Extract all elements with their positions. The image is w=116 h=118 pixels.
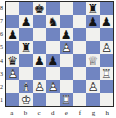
square-d4[interactable]: ♟	[46, 54, 59, 67]
square-g7[interactable]: ♟	[86, 15, 99, 28]
square-a4[interactable]: ♛	[6, 54, 19, 67]
square-b2[interactable]: ♝♗	[19, 80, 32, 93]
square-b7[interactable]: ♟	[19, 15, 32, 28]
file-label-b: b	[19, 107, 33, 118]
square-d7[interactable]: ♞	[46, 15, 59, 28]
file-label-d: d	[46, 107, 60, 118]
square-a1[interactable]	[6, 93, 19, 106]
square-f8[interactable]	[73, 2, 86, 15]
square-e3[interactable]	[60, 67, 73, 80]
square-h1[interactable]	[100, 93, 113, 106]
square-d1[interactable]	[46, 93, 59, 106]
square-c3[interactable]	[33, 67, 46, 80]
file-labels: a b c d e f g h	[5, 107, 114, 118]
square-h5[interactable]: ♟♙	[100, 41, 113, 54]
piece-bN-d7: ♞	[47, 15, 58, 27]
piece-wP-c2: ♙	[34, 80, 45, 92]
piece-bP-a6: ♟	[7, 28, 18, 40]
square-b8[interactable]	[19, 2, 32, 15]
square-c7[interactable]	[33, 15, 46, 28]
square-c4[interactable]: ♟	[33, 54, 46, 67]
piece-bP-b7: ♟	[21, 15, 32, 27]
piece-wB-b2-fill: ♝	[21, 80, 32, 92]
square-g4[interactable]: ♛♕	[86, 54, 99, 67]
square-g6[interactable]	[86, 28, 99, 41]
piece-wP-a3: ♙	[7, 67, 18, 79]
piece-wR-e1-fill: ♜	[61, 93, 72, 105]
piece-wR-e1: ♖	[61, 93, 72, 105]
square-a7[interactable]	[6, 15, 19, 28]
square-c1[interactable]	[33, 93, 46, 106]
piece-wP-h5: ♙	[101, 41, 112, 53]
piece-wR-h3-fill: ♜	[101, 67, 112, 79]
square-e6[interactable]: ♟	[60, 28, 73, 41]
square-f1[interactable]	[73, 93, 86, 106]
square-e5[interactable]: ♟♙	[60, 41, 73, 54]
square-f7[interactable]	[73, 15, 86, 28]
square-g8[interactable]: ♜	[86, 2, 99, 15]
square-e7[interactable]	[60, 15, 73, 28]
square-c2[interactable]: ♟♙	[33, 80, 46, 93]
piece-wQ-g4: ♕	[88, 54, 99, 66]
chess-board: ♚♜♟♞♟♟♟♟♜♟♙♟♙♛♟♟♛♕♟♙♜♖♝♗♟♙♟♙♟♙♚♔♜♖	[5, 1, 114, 107]
square-f3[interactable]	[73, 67, 86, 80]
square-g1[interactable]	[86, 93, 99, 106]
piece-bR-g8: ♜	[88, 2, 99, 14]
square-f5[interactable]	[73, 41, 86, 54]
piece-wP-e5: ♙	[61, 41, 72, 53]
square-e1[interactable]: ♜♖	[60, 93, 73, 106]
square-e4[interactable]	[60, 54, 73, 67]
square-g3[interactable]	[86, 67, 99, 80]
piece-bR-b5: ♜	[21, 41, 32, 53]
square-c5[interactable]	[33, 41, 46, 54]
file-label-g: g	[87, 107, 101, 118]
square-h7[interactable]: ♟	[100, 15, 113, 28]
square-a8[interactable]	[6, 2, 19, 15]
piece-bP-g7: ♟	[88, 15, 99, 27]
square-d2[interactable]: ♟♙	[46, 80, 59, 93]
piece-bP-e6: ♟	[61, 28, 72, 40]
square-h4[interactable]	[100, 54, 113, 67]
file-label-h: h	[100, 107, 114, 118]
square-e8[interactable]	[60, 2, 73, 15]
piece-bP-h7: ♟	[101, 15, 112, 27]
piece-wP-d2-fill: ♟	[47, 80, 58, 92]
piece-wP-d2: ♙	[47, 80, 58, 92]
square-d8[interactable]	[46, 2, 59, 15]
square-g2[interactable]: ♟♙	[86, 80, 99, 93]
piece-bQ-a4: ♛	[7, 54, 18, 66]
file-label-a: a	[5, 107, 19, 118]
square-a3[interactable]: ♟♙	[6, 67, 19, 80]
square-g5[interactable]	[86, 41, 99, 54]
square-d3[interactable]	[46, 67, 59, 80]
piece-wK-b1-fill: ♚	[21, 93, 32, 105]
square-f6[interactable]	[73, 28, 86, 41]
square-d6[interactable]	[46, 28, 59, 41]
piece-wP-h5-fill: ♟	[101, 41, 112, 53]
square-a2[interactable]	[6, 80, 19, 93]
piece-wB-b2: ♗	[21, 80, 32, 92]
square-c6[interactable]	[33, 28, 46, 41]
piece-wP-g2: ♙	[88, 80, 99, 92]
piece-wR-h3: ♖	[101, 67, 112, 79]
square-b4[interactable]	[19, 54, 32, 67]
piece-wP-c2-fill: ♟	[34, 80, 45, 92]
square-f2[interactable]	[73, 80, 86, 93]
file-label-c: c	[32, 107, 46, 118]
square-h3[interactable]: ♜♖	[100, 67, 113, 80]
square-e2[interactable]	[60, 80, 73, 93]
chess-diagram: 8 7 6 5 4 3 2 1 ♚♜♟♞♟♟♟♟♜♟♙♟♙♛♟♟♛♕♟♙♜♖♝♗…	[0, 0, 116, 118]
file-label-e: e	[60, 107, 74, 118]
piece-bK-c8: ♚	[34, 2, 45, 14]
square-a5[interactable]	[6, 41, 19, 54]
piece-wP-e5-fill: ♟	[61, 41, 72, 53]
square-f4[interactable]	[73, 54, 86, 67]
square-b5[interactable]: ♜	[19, 41, 32, 54]
square-a6[interactable]: ♟	[6, 28, 19, 41]
square-b3[interactable]	[19, 67, 32, 80]
square-h2[interactable]	[100, 80, 113, 93]
piece-wP-a3-fill: ♟	[7, 67, 18, 79]
square-h8[interactable]	[100, 2, 113, 15]
square-d5[interactable]	[46, 41, 59, 54]
piece-bP-c4: ♟	[34, 54, 45, 66]
piece-wK-b1: ♔	[21, 93, 32, 105]
piece-wQ-g4-fill: ♛	[88, 54, 99, 66]
piece-wP-g2-fill: ♟	[88, 80, 99, 92]
square-b6[interactable]	[19, 28, 32, 41]
square-c8[interactable]: ♚	[33, 2, 46, 15]
square-b1[interactable]: ♚♔	[19, 93, 32, 106]
file-label-f: f	[73, 107, 87, 118]
piece-bP-d4: ♟	[47, 54, 58, 66]
square-h6[interactable]	[100, 28, 113, 41]
